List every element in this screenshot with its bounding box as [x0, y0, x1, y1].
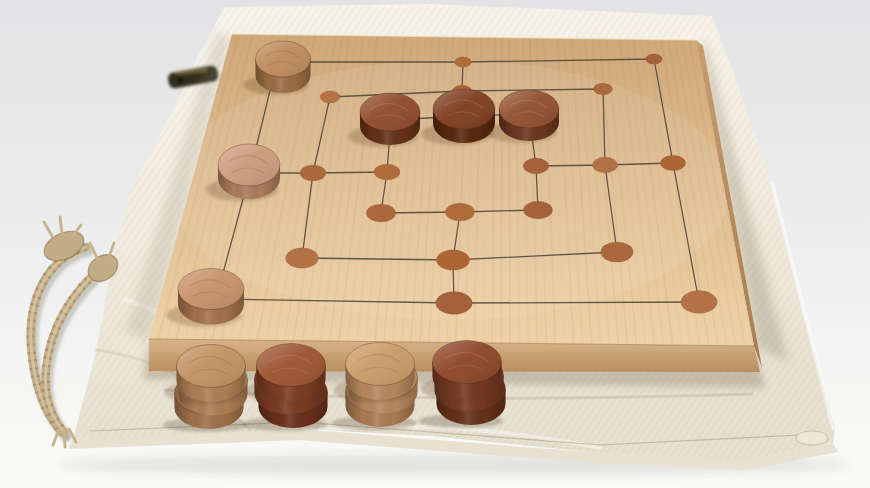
point-f6[interactable] — [593, 83, 612, 95]
point-b6[interactable] — [320, 91, 340, 103]
point-d2[interactable] — [436, 250, 469, 271]
board — [149, 34, 762, 372]
point-g4[interactable] — [660, 155, 685, 171]
bag-fold-roll — [796, 431, 828, 445]
rope-fray — [60, 217, 62, 234]
point-g1[interactable] — [681, 291, 718, 314]
point-e4[interactable] — [523, 158, 549, 174]
point-b4[interactable] — [300, 165, 326, 181]
morris-photo-canvas — [0, 0, 870, 488]
rope-fray — [64, 431, 65, 447]
point-f2[interactable] — [601, 242, 634, 262]
point-f4[interactable] — [592, 157, 617, 173]
point-d1[interactable] — [436, 292, 473, 315]
point-g7[interactable] — [646, 54, 663, 64]
point-d7[interactable] — [455, 57, 472, 68]
photo-scene: W--.--.-.-.-.---BBB--W..-...--...---.-.-… — [0, 0, 870, 488]
point-e3[interactable] — [523, 201, 552, 219]
point-d3[interactable] — [445, 203, 474, 221]
point-b2[interactable] — [286, 248, 319, 268]
point-c3[interactable] — [366, 204, 395, 222]
point-c4[interactable] — [374, 164, 400, 180]
